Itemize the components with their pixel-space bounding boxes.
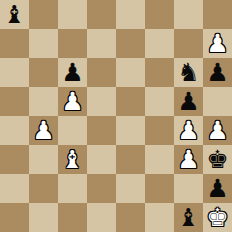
square-g1[interactable]: ♝ <box>174 203 203 232</box>
square-h5[interactable] <box>203 87 232 116</box>
piece-white-pawn: ♟ <box>32 116 54 145</box>
piece-black-pawn: ♟ <box>206 58 228 87</box>
square-d7[interactable] <box>87 29 116 58</box>
square-g3[interactable]: ♟ <box>174 145 203 174</box>
square-c7[interactable] <box>58 29 87 58</box>
piece-black-knight: ♞ <box>177 58 199 87</box>
square-h1[interactable]: ♚ <box>203 203 232 232</box>
square-h7[interactable]: ♟ <box>203 29 232 58</box>
square-b3[interactable] <box>29 145 58 174</box>
piece-white-king: ♚ <box>206 203 228 232</box>
square-h2[interactable]: ♟ <box>203 174 232 203</box>
piece-white-pawn: ♟ <box>61 87 83 116</box>
square-c1[interactable] <box>58 203 87 232</box>
square-d4[interactable] <box>87 116 116 145</box>
piece-white-pawn: ♟ <box>206 116 228 145</box>
piece-black-pawn: ♟ <box>177 87 199 116</box>
square-e4[interactable] <box>116 116 145 145</box>
square-c8[interactable] <box>58 0 87 29</box>
square-a6[interactable] <box>0 58 29 87</box>
square-e5[interactable] <box>116 87 145 116</box>
square-g8[interactable] <box>174 0 203 29</box>
piece-black-bishop: ♝ <box>3 0 25 29</box>
square-g2[interactable] <box>174 174 203 203</box>
square-e1[interactable] <box>116 203 145 232</box>
square-g4[interactable]: ♟ <box>174 116 203 145</box>
square-b5[interactable] <box>29 87 58 116</box>
square-f6[interactable] <box>145 58 174 87</box>
square-c2[interactable] <box>58 174 87 203</box>
square-b8[interactable] <box>29 0 58 29</box>
square-f2[interactable] <box>145 174 174 203</box>
piece-white-pawn: ♟ <box>177 145 199 174</box>
piece-black-king: ♚ <box>206 145 228 174</box>
square-c4[interactable] <box>58 116 87 145</box>
square-c5[interactable]: ♟ <box>58 87 87 116</box>
piece-white-bishop: ♝ <box>61 145 83 174</box>
square-d6[interactable] <box>87 58 116 87</box>
square-e7[interactable] <box>116 29 145 58</box>
square-h8[interactable] <box>203 0 232 29</box>
square-f4[interactable] <box>145 116 174 145</box>
square-g6[interactable]: ♞ <box>174 58 203 87</box>
square-e6[interactable] <box>116 58 145 87</box>
square-f8[interactable] <box>145 0 174 29</box>
square-a8[interactable]: ♝ <box>0 0 29 29</box>
piece-black-bishop: ♝ <box>177 203 199 232</box>
piece-black-pawn: ♟ <box>206 174 228 203</box>
chess-board: ♝♟♟♞♟♟♟♟♟♟♝♟♚♟♝♚ <box>0 0 232 232</box>
square-c6[interactable]: ♟ <box>58 58 87 87</box>
square-d1[interactable] <box>87 203 116 232</box>
square-a7[interactable] <box>0 29 29 58</box>
square-e3[interactable] <box>116 145 145 174</box>
square-c3[interactable]: ♝ <box>58 145 87 174</box>
square-h3[interactable]: ♚ <box>203 145 232 174</box>
square-h6[interactable]: ♟ <box>203 58 232 87</box>
square-f7[interactable] <box>145 29 174 58</box>
square-f3[interactable] <box>145 145 174 174</box>
square-f1[interactable] <box>145 203 174 232</box>
square-d3[interactable] <box>87 145 116 174</box>
square-b4[interactable]: ♟ <box>29 116 58 145</box>
piece-black-pawn: ♟ <box>61 58 83 87</box>
square-e8[interactable] <box>116 0 145 29</box>
square-g7[interactable] <box>174 29 203 58</box>
square-b2[interactable] <box>29 174 58 203</box>
piece-white-pawn: ♟ <box>177 116 199 145</box>
square-f5[interactable] <box>145 87 174 116</box>
square-d8[interactable] <box>87 0 116 29</box>
square-b7[interactable] <box>29 29 58 58</box>
square-b6[interactable] <box>29 58 58 87</box>
square-h4[interactable]: ♟ <box>203 116 232 145</box>
square-d2[interactable] <box>87 174 116 203</box>
square-a1[interactable] <box>0 203 29 232</box>
square-a3[interactable] <box>0 145 29 174</box>
piece-white-pawn: ♟ <box>206 29 228 58</box>
square-e2[interactable] <box>116 174 145 203</box>
square-d5[interactable] <box>87 87 116 116</box>
square-a5[interactable] <box>0 87 29 116</box>
square-a2[interactable] <box>0 174 29 203</box>
square-g5[interactable]: ♟ <box>174 87 203 116</box>
square-a4[interactable] <box>0 116 29 145</box>
square-b1[interactable] <box>29 203 58 232</box>
